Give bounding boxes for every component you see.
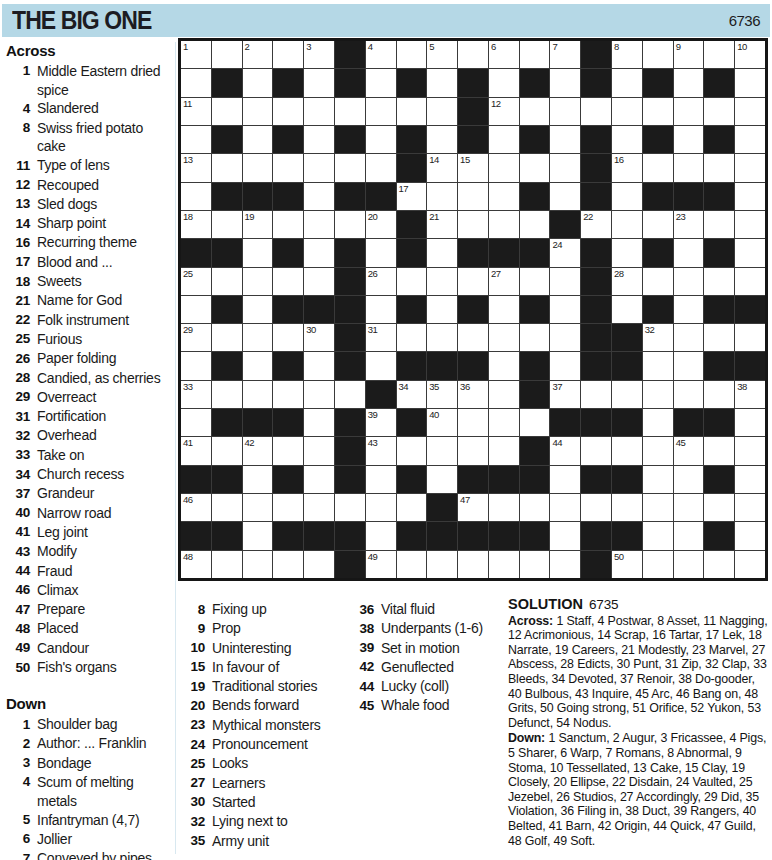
grid-cell[interactable]	[458, 211, 488, 238]
grid-cell[interactable]: 27	[489, 268, 519, 295]
cell-number: 24	[552, 239, 562, 250]
grid-cell[interactable]	[643, 466, 673, 493]
grid-cell[interactable]	[704, 494, 734, 521]
grid-cell[interactable]	[243, 296, 273, 323]
grid-cell[interactable]	[335, 154, 365, 181]
grid-cell[interactable]	[212, 324, 242, 351]
grid-cell[interactable]: 29	[181, 324, 211, 351]
grid-cell[interactable]: 34	[397, 381, 427, 408]
grid-cell[interactable]	[643, 409, 673, 436]
grid-cell[interactable]	[181, 352, 211, 379]
clue-item: 22Folk instrument	[6, 311, 175, 330]
black-cell	[335, 466, 365, 493]
grid-cell[interactable]	[674, 522, 704, 549]
grid-cell[interactable]	[458, 409, 488, 436]
grid-cell[interactable]	[181, 69, 211, 96]
grid-cell[interactable]	[243, 154, 273, 181]
grid-cell[interactable]	[243, 239, 273, 266]
grid-cell[interactable]: 41	[181, 437, 211, 464]
grid-cell[interactable]	[643, 522, 673, 549]
grid-cell[interactable]	[612, 69, 642, 96]
cell-number: 45	[676, 437, 686, 448]
grid-cell[interactable]	[550, 98, 580, 125]
clue-number: 13	[6, 195, 30, 214]
black-cell	[674, 409, 704, 436]
down-clues-column-3: 36Vital fluid38Underpants (1-6)39Set in …	[352, 600, 504, 716]
grid-cell[interactable]: 9	[674, 41, 704, 68]
grid-cell[interactable]	[643, 551, 673, 578]
grid-cell[interactable]: 17	[397, 183, 427, 210]
grid-cell[interactable]	[704, 551, 734, 578]
grid-cell[interactable]	[581, 381, 611, 408]
grid-cell[interactable]	[612, 211, 642, 238]
grid-cell[interactable]: 28	[612, 268, 642, 295]
grid-cell[interactable]	[735, 239, 765, 266]
grid-cell[interactable]	[612, 98, 642, 125]
grid-cell[interactable]	[243, 98, 273, 125]
grid-cell[interactable]	[674, 494, 704, 521]
grid-cell[interactable]	[366, 296, 396, 323]
grid-cell[interactable]	[243, 324, 273, 351]
grid-cell[interactable]	[397, 494, 427, 521]
grid-cell[interactable]: 47	[458, 494, 488, 521]
grid-cell[interactable]: 32	[643, 324, 673, 351]
grid-cell[interactable]	[612, 183, 642, 210]
grid-cell[interactable]: 1	[181, 41, 211, 68]
grid-cell[interactable]	[212, 551, 242, 578]
grid-cell[interactable]	[458, 324, 488, 351]
grid-cell[interactable]	[612, 437, 642, 464]
grid-cell[interactable]	[550, 324, 580, 351]
grid-cell[interactable]	[304, 211, 334, 238]
cell-number: 10	[737, 41, 747, 52]
grid-cell[interactable]: 2	[243, 41, 273, 68]
grid-cell[interactable]	[550, 522, 580, 549]
grid-cell[interactable]: 48	[181, 551, 211, 578]
grid-cell[interactable]	[520, 494, 550, 521]
grid-cell[interactable]	[643, 41, 673, 68]
grid-cell[interactable]: 31	[366, 324, 396, 351]
grid-cell[interactable]	[520, 268, 550, 295]
grid-cell[interactable]	[243, 466, 273, 493]
clue-item: 46Climax	[6, 581, 175, 600]
grid-cell[interactable]	[304, 494, 334, 521]
grid-cell[interactable]	[735, 409, 765, 436]
grid-cell[interactable]	[643, 154, 673, 181]
grid-cell[interactable]	[427, 268, 457, 295]
black-cell	[458, 296, 488, 323]
grid-cell[interactable]	[273, 324, 303, 351]
grid-cell[interactable]: 25	[181, 268, 211, 295]
black-cell	[458, 352, 488, 379]
black-cell	[735, 352, 765, 379]
grid-cell[interactable]	[704, 381, 734, 408]
grid-cell[interactable]	[427, 466, 457, 493]
grid-cell[interactable]	[704, 437, 734, 464]
grid-cell[interactable]	[550, 466, 580, 493]
grid-cell[interactable]	[643, 494, 673, 521]
cell-number: 40	[429, 409, 439, 420]
grid-cell[interactable]	[735, 69, 765, 96]
grid-cell[interactable]: 23	[674, 211, 704, 238]
grid-cell[interactable]	[520, 211, 550, 238]
grid-cell[interactable]	[243, 494, 273, 521]
grid-cell[interactable]	[427, 183, 457, 210]
grid-cell[interactable]	[550, 296, 580, 323]
grid-cell[interactable]	[581, 98, 611, 125]
grid-cell[interactable]: 38	[735, 381, 765, 408]
grid-cell[interactable]	[335, 494, 365, 521]
grid-cell[interactable]	[735, 183, 765, 210]
grid-cell[interactable]	[735, 211, 765, 238]
grid-cell[interactable]: 19	[243, 211, 273, 238]
grid-cell[interactable]	[489, 324, 519, 351]
grid-cell[interactable]	[366, 239, 396, 266]
grid-cell[interactable]	[643, 98, 673, 125]
black-cell	[520, 466, 550, 493]
grid-cell[interactable]: 7	[550, 41, 580, 68]
grid-cell[interactable]	[181, 409, 211, 436]
black-cell	[704, 466, 734, 493]
grid-cell[interactable]: 12	[489, 98, 519, 125]
clue-text: Mythical monsters	[212, 716, 344, 735]
grid-cell[interactable]	[612, 296, 642, 323]
grid-cell[interactable]	[458, 41, 488, 68]
grid-cell[interactable]	[643, 381, 673, 408]
grid-cell[interactable]	[735, 324, 765, 351]
grid-cell[interactable]	[273, 494, 303, 521]
grid-cell[interactable]	[212, 211, 242, 238]
grid-cell[interactable]	[674, 69, 704, 96]
grid-cell[interactable]	[243, 69, 273, 96]
grid-cell[interactable]	[273, 154, 303, 181]
grid-cell[interactable]	[520, 98, 550, 125]
grid-cell[interactable]	[273, 381, 303, 408]
grid-cell[interactable]: 49	[366, 551, 396, 578]
grid-cell[interactable]	[427, 69, 457, 96]
grid-cell[interactable]: 26	[366, 268, 396, 295]
grid-cell[interactable]	[304, 69, 334, 96]
grid-cell[interactable]	[704, 41, 734, 68]
grid-cell[interactable]	[458, 437, 488, 464]
clue-number: 44	[6, 562, 30, 581]
grid-cell[interactable]	[674, 324, 704, 351]
grid-cell[interactable]	[212, 381, 242, 408]
black-cell	[273, 296, 303, 323]
grid-cell[interactable]	[550, 69, 580, 96]
grid-cell[interactable]	[304, 183, 334, 210]
grid-cell[interactable]	[273, 437, 303, 464]
grid-cell[interactable]	[273, 41, 303, 68]
grid-cell[interactable]	[674, 466, 704, 493]
clue-number: 43	[6, 542, 30, 561]
grid-cell[interactable]	[273, 551, 303, 578]
grid-cell[interactable]: 18	[181, 211, 211, 238]
grid-cell[interactable]	[397, 268, 427, 295]
grid-cell[interactable]	[243, 522, 273, 549]
grid-cell[interactable]	[520, 154, 550, 181]
cell-number: 23	[676, 211, 686, 222]
grid-cell[interactable]	[304, 126, 334, 153]
grid-cell[interactable]: 30	[304, 324, 334, 351]
grid-cell[interactable]	[704, 324, 734, 351]
grid-cell[interactable]	[243, 268, 273, 295]
grid-cell[interactable]	[612, 381, 642, 408]
grid-cell[interactable]: 8	[612, 41, 642, 68]
black-cell	[304, 296, 334, 323]
grid-cell[interactable]	[181, 183, 211, 210]
clue-text: Recouped	[37, 176, 172, 195]
grid-cell[interactable]	[674, 381, 704, 408]
grid-cell[interactable]	[366, 126, 396, 153]
grid-cell[interactable]	[212, 154, 242, 181]
grid-cell[interactable]	[735, 437, 765, 464]
grid-cell[interactable]	[735, 98, 765, 125]
grid-cell[interactable]: 6	[489, 41, 519, 68]
grid-cell[interactable]	[397, 551, 427, 578]
grid-cell[interactable]: 46	[181, 494, 211, 521]
grid-cell[interactable]	[273, 211, 303, 238]
grid-cell[interactable]	[304, 381, 334, 408]
grid-cell[interactable]	[427, 296, 457, 323]
grid-cell[interactable]	[489, 154, 519, 181]
grid-cell[interactable]	[735, 466, 765, 493]
grid-cell[interactable]: 36	[458, 381, 488, 408]
grid-cell[interactable]	[550, 494, 580, 521]
grid-cell[interactable]: 13	[181, 154, 211, 181]
black-cell	[520, 126, 550, 153]
grid-cell[interactable]	[335, 381, 365, 408]
cell-number: 13	[183, 154, 193, 165]
grid-cell[interactable]	[674, 551, 704, 578]
grid-cell[interactable]	[489, 69, 519, 96]
grid-cell[interactable]	[704, 154, 734, 181]
grid-cell[interactable]	[674, 98, 704, 125]
grid-cell[interactable]	[304, 551, 334, 578]
clue-number: 32	[183, 812, 205, 831]
grid-cell[interactable]	[489, 437, 519, 464]
grid-cell[interactable]	[304, 352, 334, 379]
cell-number: 38	[737, 381, 747, 392]
grid-cell[interactable]	[243, 126, 273, 153]
clue-item: 19Traditional stories	[183, 677, 347, 696]
grid-cell[interactable]	[520, 409, 550, 436]
clue-text: Sharp point	[37, 214, 172, 233]
grid-cell[interactable]	[181, 296, 211, 323]
grid-cell[interactable]	[366, 494, 396, 521]
grid-cell[interactable]	[427, 551, 457, 578]
grid-cell[interactable]	[643, 352, 673, 379]
grid-cell[interactable]: 35	[427, 381, 457, 408]
grid-cell[interactable]	[366, 98, 396, 125]
solution-down: Down: 1 Sanctum, 2 Augur, 3 Fricassee, 4…	[508, 731, 770, 848]
clue-item: 1Shoulder bag	[6, 715, 175, 734]
grid-cell[interactable]	[520, 551, 550, 578]
grid-cell[interactable]: 24	[550, 239, 580, 266]
grid-cell[interactable]	[304, 409, 334, 436]
grid-cell[interactable]	[550, 126, 580, 153]
crossword-grid[interactable]: 1234567891011121314151617181920212223242…	[178, 38, 768, 581]
grid-cell[interactable]	[735, 522, 765, 549]
grid-cell[interactable]	[735, 154, 765, 181]
grid-cell[interactable]	[581, 437, 611, 464]
grid-cell[interactable]	[674, 239, 704, 266]
grid-cell[interactable]	[181, 126, 211, 153]
grid-cell[interactable]: 16	[612, 154, 642, 181]
grid-cell[interactable]	[550, 551, 580, 578]
grid-cell[interactable]	[735, 494, 765, 521]
grid-cell[interactable]	[674, 154, 704, 181]
black-cell	[704, 296, 734, 323]
grid-cell[interactable]	[335, 98, 365, 125]
grid-cell[interactable]	[212, 494, 242, 521]
grid-cell[interactable]	[489, 211, 519, 238]
clue-item: 9Prop	[183, 619, 347, 638]
grid-cell[interactable]	[335, 211, 365, 238]
grid-cell[interactable]	[489, 296, 519, 323]
grid-cell[interactable]: 33	[181, 381, 211, 408]
grid-cell[interactable]	[612, 494, 642, 521]
grid-cell[interactable]: 4	[366, 41, 396, 68]
cell-number: 27	[491, 268, 501, 279]
clue-number: 36	[352, 600, 374, 619]
black-cell	[273, 183, 303, 210]
grid-cell[interactable]	[366, 352, 396, 379]
grid-cell[interactable]	[366, 522, 396, 549]
grid-cell[interactable]	[243, 352, 273, 379]
grid-cell[interactable]	[427, 437, 457, 464]
grid-cell[interactable]	[643, 437, 673, 464]
grid-cell[interactable]	[550, 268, 580, 295]
grid-cell[interactable]	[489, 409, 519, 436]
grid-cell[interactable]	[550, 183, 580, 210]
grid-cell[interactable]	[550, 352, 580, 379]
grid-cell[interactable]	[704, 268, 734, 295]
grid-cell[interactable]	[212, 437, 242, 464]
grid-cell[interactable]: 39	[366, 409, 396, 436]
grid-cell[interactable]	[520, 324, 550, 351]
grid-cell[interactable]	[212, 98, 242, 125]
grid-cell[interactable]	[427, 239, 457, 266]
clue-text: Type of lens	[37, 156, 172, 175]
grid-cell[interactable]: 37	[550, 381, 580, 408]
grid-cell[interactable]	[458, 268, 488, 295]
grid-cell[interactable]	[304, 154, 334, 181]
black-cell	[581, 154, 611, 181]
grid-cell[interactable]	[674, 296, 704, 323]
grid-cell[interactable]	[581, 494, 611, 521]
grid-cell[interactable]	[489, 551, 519, 578]
grid-cell[interactable]	[427, 98, 457, 125]
clue-number: 46	[6, 581, 30, 600]
grid-cell[interactable]	[243, 381, 273, 408]
grid-cell[interactable]	[674, 268, 704, 295]
grid-cell[interactable]: 40	[427, 409, 457, 436]
grid-cell[interactable]	[304, 239, 334, 266]
grid-cell[interactable]: 45	[674, 437, 704, 464]
grid-cell[interactable]: 15	[458, 154, 488, 181]
grid-cell[interactable]	[366, 154, 396, 181]
grid-cell[interactable]	[273, 98, 303, 125]
black-cell	[643, 239, 673, 266]
grid-cell[interactable]	[489, 381, 519, 408]
grid-cell[interactable]	[735, 126, 765, 153]
grid-cell[interactable]	[397, 324, 427, 351]
clue-number: 24	[183, 735, 205, 754]
grid-cell[interactable]	[243, 551, 273, 578]
grid-cell[interactable]	[489, 494, 519, 521]
grid-cell[interactable]	[458, 183, 488, 210]
grid-cell[interactable]	[489, 352, 519, 379]
grid-cell[interactable]	[397, 437, 427, 464]
clue-item: 23Mythical monsters	[183, 716, 347, 735]
grid-cell[interactable]	[366, 466, 396, 493]
grid-cell[interactable]	[212, 41, 242, 68]
cell-number: 5	[429, 41, 434, 52]
grid-cell[interactable]: 14	[427, 154, 457, 181]
grid-cell[interactable]: 42	[243, 437, 273, 464]
grid-cell[interactable]	[212, 268, 242, 295]
grid-cell[interactable]	[304, 437, 334, 464]
puzzle-title: THE BIG ONE	[12, 6, 151, 35]
grid-cell[interactable]	[397, 41, 427, 68]
grid-cell[interactable]: 5	[427, 41, 457, 68]
grid-cell[interactable]	[520, 41, 550, 68]
black-cell	[704, 522, 734, 549]
grid-cell[interactable]	[458, 551, 488, 578]
grid-cell[interactable]	[489, 126, 519, 153]
grid-cell[interactable]	[704, 98, 734, 125]
grid-cell[interactable]	[273, 268, 303, 295]
grid-cell[interactable]	[550, 154, 580, 181]
grid-cell[interactable]: 11	[181, 98, 211, 125]
grid-cell[interactable]: 43	[366, 437, 396, 464]
grid-cell[interactable]: 10	[735, 41, 765, 68]
clue-number: 11	[6, 156, 30, 175]
clue-text: Fortification	[37, 407, 172, 426]
solution-across-label: Across:	[508, 614, 553, 628]
cell-number: 41	[183, 437, 193, 448]
grid-cell[interactable]	[489, 183, 519, 210]
grid-cell[interactable]	[704, 211, 734, 238]
grid-cell[interactable]	[674, 126, 704, 153]
grid-cell[interactable]	[612, 239, 642, 266]
grid-cell[interactable]	[735, 268, 765, 295]
grid-cell[interactable]	[304, 466, 334, 493]
grid-cell[interactable]: 22	[581, 211, 611, 238]
grid-cell[interactable]: 44	[550, 437, 580, 464]
black-cell	[581, 466, 611, 493]
grid-cell[interactable]	[366, 69, 396, 96]
grid-cell[interactable]	[643, 211, 673, 238]
clue-number: 48	[6, 619, 30, 638]
grid-cell[interactable]	[304, 98, 334, 125]
grid-cell[interactable]	[612, 126, 642, 153]
grid-cell[interactable]	[643, 268, 673, 295]
clue-number: 25	[183, 754, 205, 773]
grid-cell[interactable]: 21	[427, 211, 457, 238]
grid-cell[interactable]	[427, 324, 457, 351]
grid-cell[interactable]	[397, 98, 427, 125]
grid-cell[interactable]: 20	[366, 211, 396, 238]
grid-cell[interactable]: 50	[612, 551, 642, 578]
grid-cell[interactable]	[735, 551, 765, 578]
grid-cell[interactable]	[427, 126, 457, 153]
grid-cell[interactable]	[304, 268, 334, 295]
grid-cell[interactable]	[674, 352, 704, 379]
grid-cell[interactable]: 3	[304, 41, 334, 68]
clue-item: 33Take on	[6, 446, 175, 465]
